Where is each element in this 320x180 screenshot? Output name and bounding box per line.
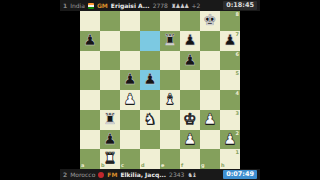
square-d2: [140, 130, 160, 150]
white-pawn: ♟: [200, 110, 220, 130]
square-a8: [80, 11, 100, 31]
square-c2: [120, 130, 140, 150]
bottom-player-rating: 2343: [169, 169, 184, 180]
square-e5: [160, 70, 180, 90]
square-g1: g: [200, 149, 220, 169]
square-b4: [100, 90, 120, 110]
rank-label-3: 3: [236, 111, 239, 116]
square-h4: 4: [220, 90, 240, 110]
file-label-e: e: [161, 163, 164, 168]
square-c6: [120, 51, 140, 71]
chess-board: ♚8♟♜♟♟7♟6♟♟5♟♝4♜♞♚♟3♟♟♟2a♜bcdefg1h: [80, 11, 240, 169]
black-pawn: ♟: [100, 130, 120, 150]
bottom-title-badge: FM: [107, 169, 117, 180]
square-h7: ♟7: [220, 31, 240, 51]
square-h8: 8: [220, 11, 240, 31]
square-h2: ♟2: [220, 130, 240, 150]
file-label-c: c: [121, 163, 124, 168]
square-g2: [200, 130, 220, 150]
bottom-country-label: Morocco: [70, 169, 95, 180]
rank-label-1: 1: [236, 150, 239, 155]
square-d7: [140, 31, 160, 51]
square-h1: 1h: [220, 149, 240, 169]
square-f1: f: [180, 149, 200, 169]
square-b3: ♜: [100, 110, 120, 130]
top-player-clock: 0:18:45: [223, 1, 257, 10]
square-g7: [200, 31, 220, 51]
square-c4: ♟: [120, 90, 140, 110]
top-captured-pieces-icons: ♜♟♟♟: [171, 0, 189, 11]
square-c8: [120, 11, 140, 31]
square-d4: [140, 90, 160, 110]
india-flag-icon: [88, 3, 94, 9]
top-player-rating: 2778: [153, 0, 168, 11]
square-c3: [120, 110, 140, 130]
square-e8: [160, 11, 180, 31]
square-f6: ♟: [180, 51, 200, 71]
white-pawn: ♟: [180, 130, 200, 150]
file-label-d: d: [141, 163, 145, 168]
top-country-label: India: [70, 0, 85, 11]
square-b5: [100, 70, 120, 90]
file-label-b: b: [101, 163, 105, 168]
top-player-bar: 1 India GM Erigaisi A... 2778 ♜♟♟♟ +2 0:…: [60, 0, 260, 11]
square-e7: ♜: [160, 31, 180, 51]
black-pawn: ♟: [140, 70, 160, 90]
square-f3: ♚: [180, 110, 200, 130]
square-g6: [200, 51, 220, 71]
square-b8: [100, 11, 120, 31]
square-d6: [140, 51, 160, 71]
rank-label-6: 6: [236, 52, 239, 57]
square-a3: [80, 110, 100, 130]
bottom-player-name: Elkilia, Jacq...: [120, 169, 166, 180]
square-e4: ♝: [160, 90, 180, 110]
morocco-flag-icon: [98, 172, 104, 178]
square-h3: 3: [220, 110, 240, 130]
square-h6: 6: [220, 51, 240, 71]
file-label-f: f: [181, 163, 183, 168]
square-a5: [80, 70, 100, 90]
square-a1: a: [80, 149, 100, 169]
black-pawn: ♟: [180, 51, 200, 71]
square-d1: d: [140, 149, 160, 169]
broadcast-content: 1 India GM Erigaisi A... 2778 ♜♟♟♟ +2 0:…: [60, 0, 260, 180]
square-f7: ♟: [180, 31, 200, 51]
square-e3: [160, 110, 180, 130]
square-d5: ♟: [140, 70, 160, 90]
bottom-player-clock: 0:07:49: [223, 170, 257, 179]
square-f5: [180, 70, 200, 90]
black-rook: ♜: [100, 110, 120, 130]
bottom-player-bar: 2 Morocco FM Elkilia, Jacq... 2343 ♞♝ 0:…: [60, 169, 260, 180]
square-c5: ♟: [120, 70, 140, 90]
video-frame: 1 India GM Erigaisi A... 2778 ♜♟♟♟ +2 0:…: [0, 0, 320, 180]
white-king: ♚: [180, 110, 200, 130]
square-e1: e: [160, 149, 180, 169]
black-king: ♚: [200, 11, 220, 31]
square-g8: ♚: [200, 11, 220, 31]
square-c1: c: [120, 149, 140, 169]
black-pawn: ♟: [120, 70, 140, 90]
top-player-name: Erigaisi A...: [111, 0, 150, 11]
rank-label-8: 8: [236, 12, 239, 17]
square-d8: [140, 11, 160, 31]
square-f8: [180, 11, 200, 31]
rank-label-2: 2: [236, 131, 239, 136]
rank-label-5: 5: [236, 71, 239, 76]
rank-label-7: 7: [236, 32, 239, 37]
white-pawn: ♟: [120, 90, 140, 110]
rank-label-4: 4: [236, 91, 239, 96]
file-label-h: h: [221, 163, 225, 168]
black-pawn: ♟: [80, 31, 100, 51]
file-label-a: a: [81, 163, 84, 168]
square-f2: ♟: [180, 130, 200, 150]
bottom-board-number: 2: [63, 169, 67, 180]
black-pawn: ♟: [180, 31, 200, 51]
top-material-advantage: +2: [191, 0, 200, 11]
white-bishop: ♝: [160, 90, 180, 110]
square-b6: [100, 51, 120, 71]
square-c7: [120, 31, 140, 51]
square-a6: [80, 51, 100, 71]
square-e6: [160, 51, 180, 71]
square-b7: [100, 31, 120, 51]
square-g4: [200, 90, 220, 110]
square-a7: ♟: [80, 31, 100, 51]
bottom-captured-pieces-icons: ♞♝: [187, 169, 196, 180]
square-d3: ♞: [140, 110, 160, 130]
top-title-badge: GM: [97, 0, 108, 11]
square-b1: ♜b: [100, 149, 120, 169]
black-rook: ♜: [160, 31, 180, 51]
square-f4: [180, 90, 200, 110]
square-g5: [200, 70, 220, 90]
square-e2: [160, 130, 180, 150]
square-a4: [80, 90, 100, 110]
square-a2: [80, 130, 100, 150]
top-board-number: 1: [63, 0, 67, 11]
square-h5: 5: [220, 70, 240, 90]
white-knight: ♞: [140, 110, 160, 130]
square-b2: ♟: [100, 130, 120, 150]
square-g3: ♟: [200, 110, 220, 130]
file-label-g: g: [201, 163, 205, 168]
